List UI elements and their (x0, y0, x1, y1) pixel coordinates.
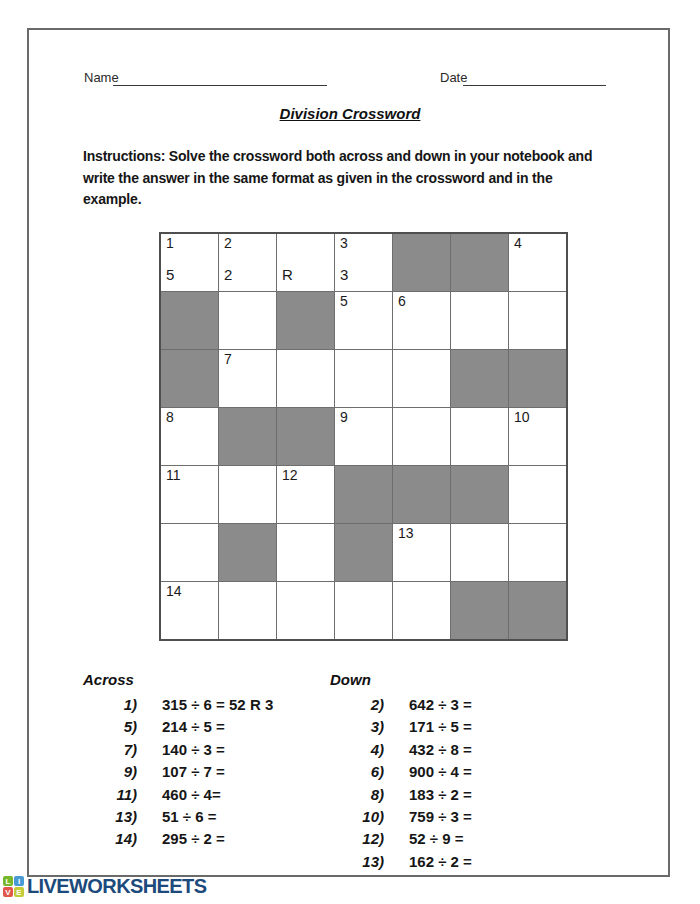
grid-cell-r3c3[interactable] (277, 350, 334, 407)
clue-item-expression: 759 ÷ 3 = (409, 806, 472, 828)
clue-item-expression: 171 ÷ 5 = (409, 716, 472, 738)
logo-tile-i: I (14, 876, 24, 886)
down-clue-list: 2)642 ÷ 3 =3)171 ÷ 5 =4)432 ÷ 8 =6)900 ÷… (330, 694, 472, 873)
grid-cell-r7c1[interactable]: 14 (161, 582, 218, 639)
down-clue-13: 13)162 ÷ 2 = (330, 851, 472, 873)
worksheet-page: Name Date Division Crossword Instruction… (0, 0, 700, 904)
grid-cell-r2c1 (161, 292, 218, 349)
clue-item-expression: 214 ÷ 5 = (162, 716, 225, 738)
page-title: Division Crossword (0, 105, 700, 122)
clue-item-number: 11) (83, 784, 137, 806)
grid-cell-r2c2[interactable] (219, 292, 276, 349)
grid-cell-r6c7[interactable] (509, 524, 566, 581)
clue-item-number: 2) (330, 694, 384, 716)
clue-item-number: 10) (330, 806, 384, 828)
instructions-text: Instructions: Solve the crossword both a… (83, 146, 643, 211)
grid-cell-r7c6 (451, 582, 508, 639)
answer-letter: R (282, 266, 293, 283)
grid-cell-r5c4 (335, 466, 392, 523)
grid-cell-r6c4 (335, 524, 392, 581)
clue-number: 8 (166, 409, 174, 425)
clue-item-number: 8) (330, 784, 384, 806)
grid-cell-r5c3[interactable]: 12 (277, 466, 334, 523)
across-header: Across (83, 671, 273, 688)
clue-item-expression: 315 ÷ 6 = 52 R 3 (162, 694, 273, 716)
clue-number: 13 (398, 525, 414, 541)
down-clue-4: 4)432 ÷ 8 = (330, 739, 472, 761)
clue-item-expression: 140 ÷ 3 = (162, 739, 225, 761)
clue-number: 3 (340, 235, 348, 251)
clue-item-number: 6) (330, 761, 384, 783)
name-input-line[interactable] (113, 71, 327, 86)
grid-cell-r5c1[interactable]: 11 (161, 466, 218, 523)
grid-cell-r6c5[interactable]: 13 (393, 524, 450, 581)
liveworksheets-logo[interactable]: LIVE LIVEWORKSHEETS (3, 875, 206, 898)
clue-number: 4 (514, 235, 522, 251)
crossword-grid: 1522R334567891011121314 (159, 232, 568, 641)
instructions-line-1: Instructions: Solve the crossword both a… (83, 146, 643, 168)
clue-item-expression: 183 ÷ 2 = (409, 784, 472, 806)
clue-number: 1 (166, 235, 174, 251)
grid-cell-r3c1 (161, 350, 218, 407)
clue-item-number: 14) (83, 828, 137, 850)
grid-cell-r4c4[interactable]: 9 (335, 408, 392, 465)
answer-letter: 5 (166, 266, 174, 283)
grid-cell-r4c1[interactable]: 8 (161, 408, 218, 465)
grid-cell-r7c5[interactable] (393, 582, 450, 639)
across-clue-13: 13)51 ÷ 6 = (83, 806, 273, 828)
logo-tile-e: E (14, 887, 24, 897)
grid-cell-r7c3[interactable] (277, 582, 334, 639)
clue-item-expression: 51 ÷ 6 = (162, 806, 217, 828)
grid-cell-r5c5 (393, 466, 450, 523)
grid-cell-r7c4[interactable] (335, 582, 392, 639)
clue-number: 6 (398, 293, 406, 309)
clue-number: 5 (340, 293, 348, 309)
clue-number: 12 (282, 467, 298, 483)
across-clue-5: 5)214 ÷ 5 = (83, 716, 273, 738)
down-clue-6: 6)900 ÷ 4 = (330, 761, 472, 783)
clue-item-number: 13) (330, 851, 384, 873)
down-clue-2: 2)642 ÷ 3 = (330, 694, 472, 716)
clue-item-number: 3) (330, 716, 384, 738)
down-clue-10: 10)759 ÷ 3 = (330, 806, 472, 828)
clue-number: 11 (166, 467, 181, 483)
down-clue-3: 3)171 ÷ 5 = (330, 716, 472, 738)
clue-item-number: 7) (83, 739, 137, 761)
across-clue-11: 11)460 ÷ 4= (83, 784, 273, 806)
grid-cell-r1c6 (451, 234, 508, 291)
logo-tile-v: V (3, 887, 13, 897)
grid-cell-r6c2 (219, 524, 276, 581)
grid-cell-r5c6 (451, 466, 508, 523)
across-clue-list: 1)315 ÷ 6 = 52 R 35)214 ÷ 5 =7)140 ÷ 3 =… (83, 694, 273, 851)
clue-item-number: 1) (83, 694, 137, 716)
down-clue-12: 12)52 ÷ 9 = (330, 828, 472, 850)
grid-cell-r2c5[interactable]: 6 (393, 292, 450, 349)
clue-number: 2 (224, 235, 232, 251)
grid-cell-r1c2[interactable]: 22 (219, 234, 276, 291)
clue-item-expression: 460 ÷ 4= (162, 784, 221, 806)
answer-letter: 3 (340, 266, 348, 283)
clue-item-expression: 432 ÷ 8 = (409, 739, 472, 761)
down-clues: Down 2)642 ÷ 3 =3)171 ÷ 5 =4)432 ÷ 8 =6)… (330, 671, 472, 873)
clue-item-expression: 107 ÷ 7 = (162, 761, 225, 783)
grid-cell-r4c2 (219, 408, 276, 465)
clue-item-expression: 52 ÷ 9 = (409, 828, 464, 850)
across-clue-14: 14)295 ÷ 2 = (83, 828, 273, 850)
clue-number: 9 (340, 409, 348, 425)
grid-cell-r2c7[interactable] (509, 292, 566, 349)
grid-cell-r4c7[interactable]: 10 (509, 408, 566, 465)
liveworksheets-icon: LIVE (3, 876, 24, 897)
clue-item-number: 12) (330, 828, 384, 850)
grid-cell-r2c4[interactable]: 5 (335, 292, 392, 349)
grid-cell-r1c5 (393, 234, 450, 291)
grid-cell-r3c5[interactable] (393, 350, 450, 407)
grid-cell-r3c2[interactable]: 7 (219, 350, 276, 407)
grid-cell-r2c6[interactable] (451, 292, 508, 349)
clue-item-expression: 295 ÷ 2 = (162, 828, 225, 850)
grid-cell-r1c4[interactable]: 33 (335, 234, 392, 291)
grid-cell-r3c6 (451, 350, 508, 407)
grid-cell-r1c7[interactable]: 4 (509, 234, 566, 291)
instructions-line-3: example. (83, 189, 643, 211)
clue-number: 10 (514, 409, 530, 425)
grid-cell-r7c2[interactable] (219, 582, 276, 639)
grid-cell-r4c6[interactable] (451, 408, 508, 465)
clue-item-number: 9) (83, 761, 137, 783)
grid-cell-r4c5[interactable] (393, 408, 450, 465)
down-header: Down (330, 671, 472, 688)
clue-item-expression: 162 ÷ 2 = (409, 851, 472, 873)
clue-item-number: 4) (330, 739, 384, 761)
grid-cell-r5c2[interactable] (219, 466, 276, 523)
instructions-line-2: write the answer in the same format as g… (83, 168, 643, 190)
grid-cell-r6c1[interactable] (161, 524, 218, 581)
down-clue-8: 8)183 ÷ 2 = (330, 784, 472, 806)
answer-letter: 2 (224, 266, 232, 283)
across-clue-9: 9)107 ÷ 7 = (83, 761, 273, 783)
grid-cell-r7c7 (509, 582, 566, 639)
grid-cell-r3c7 (509, 350, 566, 407)
grid-cell-r2c3 (277, 292, 334, 349)
grid-cell-r4c3 (277, 408, 334, 465)
grid-cell-r1c3[interactable]: R (277, 234, 334, 291)
across-clues: Across 1)315 ÷ 6 = 52 R 35)214 ÷ 5 =7)14… (83, 671, 273, 851)
clue-number: 14 (166, 583, 182, 599)
grid-cell-r5c7[interactable] (509, 466, 566, 523)
across-clue-7: 7)140 ÷ 3 = (83, 739, 273, 761)
clue-number: 7 (224, 351, 232, 367)
clue-item-expression: 900 ÷ 4 = (409, 761, 472, 783)
grid-cell-r1c1[interactable]: 15 (161, 234, 218, 291)
date-input-line[interactable] (463, 71, 606, 86)
liveworksheets-wordmark: LIVEWORKSHEETS (27, 875, 206, 898)
grid-cell-r3c4[interactable] (335, 350, 392, 407)
clue-item-number: 13) (83, 806, 137, 828)
logo-tile-l: L (3, 876, 13, 886)
clue-item-expression: 642 ÷ 3 = (409, 694, 472, 716)
across-clue-1: 1)315 ÷ 6 = 52 R 3 (83, 694, 273, 716)
grid-cell-r6c3[interactable] (277, 524, 334, 581)
clue-item-number: 5) (83, 716, 137, 738)
grid-cell-r6c6[interactable] (451, 524, 508, 581)
